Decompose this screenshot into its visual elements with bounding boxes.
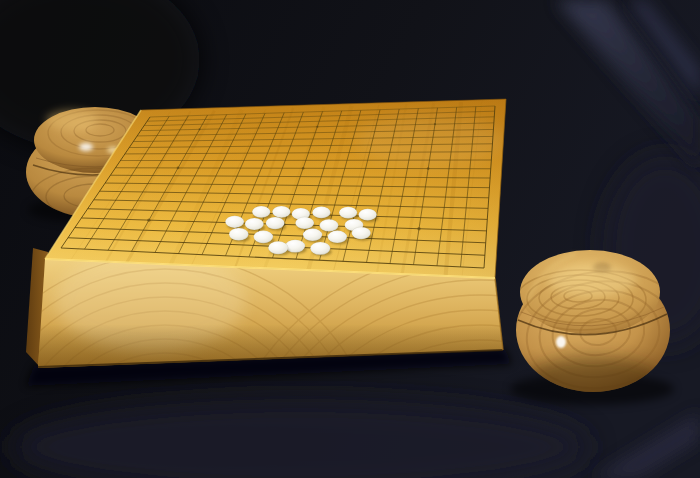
hoshi-point xyxy=(316,126,318,128)
white-stone xyxy=(225,216,244,228)
hoshi-point xyxy=(302,167,305,170)
white-stone xyxy=(272,206,290,218)
left-bowl-sheen xyxy=(46,110,98,130)
go-board-photo xyxy=(0,0,700,478)
white-stone xyxy=(328,231,347,243)
right-bowl-highlight xyxy=(556,336,566,348)
white-stone xyxy=(312,207,330,219)
white-stone xyxy=(359,209,377,221)
white-stone xyxy=(303,229,322,241)
white-stone xyxy=(310,242,330,255)
hoshi-point xyxy=(417,227,420,230)
right-bowl-sheen xyxy=(548,264,636,296)
white-stone xyxy=(252,206,270,218)
white-stone xyxy=(254,231,273,244)
hoshi-point xyxy=(147,218,150,221)
white-stone xyxy=(352,227,371,239)
hoshi-point xyxy=(427,167,430,170)
goban-photo-svg xyxy=(0,0,700,478)
hoshi-point xyxy=(434,123,436,125)
white-stone xyxy=(295,217,314,229)
hoshi-point xyxy=(177,167,180,170)
white-stone xyxy=(245,218,264,230)
white-stone xyxy=(268,241,288,254)
white-stone xyxy=(339,207,357,219)
white-stone xyxy=(229,228,248,241)
hoshi-point xyxy=(198,128,200,130)
left-bowl-highlight-1 xyxy=(79,143,93,151)
white-stone xyxy=(320,219,339,231)
white-stone xyxy=(266,217,285,229)
